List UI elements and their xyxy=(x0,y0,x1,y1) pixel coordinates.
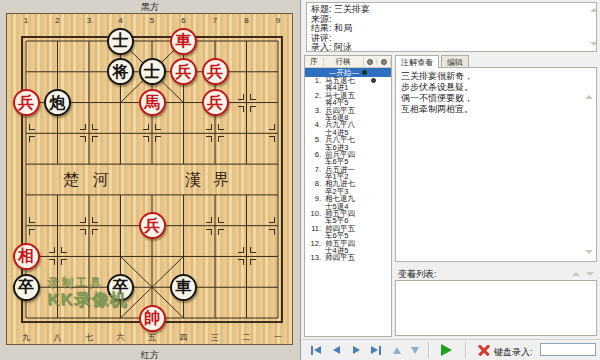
keyboard-entry-label: 键盘录入: xyxy=(494,346,533,359)
xiangqi-app-window: 黑方 123456789九八七六五四三二一 楚河漢界 士車将士兵兵兵炮馬兵兵相卒… xyxy=(0,0,600,360)
point-mark xyxy=(155,136,161,142)
nav-prev-button[interactable] xyxy=(329,343,343,357)
file-label-top: 6 xyxy=(181,17,185,25)
move-row-red[interactable]: 2.马七退五 xyxy=(305,92,391,99)
navigation-toolbar: 键盘录入: xyxy=(302,339,600,360)
point-mark xyxy=(61,259,67,265)
annotation-line: 互相牵制两相宜。 xyxy=(401,104,582,115)
move-row-red[interactable]: 1.马五退七 xyxy=(305,77,391,84)
control-panel: 标题: 三关排宴来源: 结果: 和局讲评: 录入: 阿泳 序 行棋 —开始— 1… xyxy=(302,0,600,360)
point-mark xyxy=(49,259,55,265)
file-label-top: 9 xyxy=(276,17,280,25)
delete-x-icon xyxy=(477,343,491,357)
toolbar-separator xyxy=(428,342,430,358)
annotation-scroll-down-icon[interactable] xyxy=(585,250,593,254)
point-mark xyxy=(143,124,149,130)
file-label-top: 3 xyxy=(87,17,91,25)
point-mark xyxy=(206,136,212,142)
variation-up-icon xyxy=(393,347,401,354)
point-mark xyxy=(218,124,224,130)
info-row: 标题: 三关排宴 xyxy=(311,5,582,15)
point-mark xyxy=(269,124,275,130)
last-move-icon xyxy=(371,346,378,354)
tab-annotation-view[interactable]: 注解查看 xyxy=(395,55,439,68)
red-piece-兵[interactable]: 兵 xyxy=(13,89,40,116)
prev-move-icon xyxy=(333,346,340,354)
black-piece-士[interactable]: 士 xyxy=(139,58,166,85)
file-label-bottom: 九 xyxy=(22,334,30,342)
point-mark xyxy=(92,136,98,142)
variations-list[interactable] xyxy=(395,280,597,336)
file-label-top: 4 xyxy=(118,17,122,25)
point-mark xyxy=(218,229,224,235)
info-scroll-down-icon[interactable] xyxy=(590,42,598,46)
point-mark xyxy=(80,136,86,142)
black-piece-車[interactable]: 車 xyxy=(170,274,197,301)
red-piece-兵[interactable]: 兵 xyxy=(202,89,229,116)
black-piece-卒[interactable]: 卒 xyxy=(13,274,40,301)
point-mark xyxy=(29,229,35,235)
nav-first-button[interactable] xyxy=(308,343,324,357)
board-panel: 黑方 123456789九八七六五四三二一 楚河漢界 士車将士兵兵兵炮馬兵兵相卒… xyxy=(0,0,301,360)
point-mark xyxy=(61,247,67,253)
variations-down-icon[interactable] xyxy=(586,272,594,276)
move-list-header: 序 行棋 xyxy=(305,56,391,68)
move-row-red[interactable]: 11.帅四平五 xyxy=(305,225,391,232)
marker2-column-header xyxy=(377,59,391,65)
point-mark xyxy=(250,247,256,253)
point-mark xyxy=(92,229,98,235)
red-piece-相[interactable]: 相 xyxy=(13,243,40,270)
nav-next-button[interactable] xyxy=(349,343,363,357)
nav-last-button[interactable] xyxy=(368,343,384,357)
marker-column-header xyxy=(364,59,378,65)
move-list[interactable]: 序 行棋 —开始— 1.马五退七将4进12.马七退五将4平53.兵四平五车6退8… xyxy=(304,55,392,337)
point-mark xyxy=(206,124,212,130)
move-row-red[interactable]: 9.相七退九 xyxy=(305,195,391,202)
time-marker-icon xyxy=(381,59,387,65)
info-row: 录入: 阿泳 xyxy=(311,43,582,52)
red-side-label: 红方 xyxy=(0,349,300,360)
annotation-line: 三关排宴很新奇， xyxy=(401,71,582,82)
red-piece-馬[interactable]: 馬 xyxy=(139,89,166,116)
info-scroll-up-icon[interactable] xyxy=(590,8,598,12)
black-piece-士[interactable]: 士 xyxy=(107,28,134,55)
point-mark xyxy=(80,124,86,130)
point-mark xyxy=(92,217,98,223)
annotation-dot-icon xyxy=(371,78,376,83)
red-piece-帥[interactable]: 帥 xyxy=(139,305,166,332)
point-mark xyxy=(218,217,224,223)
move-row-red[interactable]: 13.帅四平五 xyxy=(305,254,391,261)
info-row: 结果: 和局 xyxy=(311,24,582,34)
point-mark xyxy=(250,94,256,100)
variation-down-icon xyxy=(411,347,419,354)
file-label-bottom: 五 xyxy=(148,334,156,342)
point-mark xyxy=(206,229,212,235)
variations-up-icon[interactable] xyxy=(572,272,580,276)
move-column-header: 行棋 xyxy=(324,57,364,67)
file-label-bottom: 六 xyxy=(117,334,125,342)
seq-column-header: 序 xyxy=(305,57,324,67)
red-piece-兵[interactable]: 兵 xyxy=(202,58,229,85)
river-text: 漢 xyxy=(185,170,201,191)
file-label-bottom: 二 xyxy=(243,334,251,342)
point-mark xyxy=(218,136,224,142)
annotation-text-area[interactable]: 三关排宴很新奇，步步伏杀设悬疑。偶一不慎便要败，互相牵制两相宜。 xyxy=(395,67,597,262)
point-mark xyxy=(238,259,244,265)
point-mark xyxy=(29,136,35,142)
delete-button[interactable] xyxy=(476,343,492,357)
move-row-red[interactable]: 3.兵四平五 xyxy=(305,107,391,114)
move-row-red[interactable]: 12.帅五平四 xyxy=(305,240,391,247)
river-text: 楚 xyxy=(63,170,79,191)
file-label-top: 5 xyxy=(150,17,154,25)
file-label-top: 8 xyxy=(244,17,248,25)
red-piece-車[interactable]: 車 xyxy=(170,28,197,55)
play-icon xyxy=(441,344,452,356)
point-mark xyxy=(238,94,244,100)
recorder-watermark: 录制工具 KK录像机 xyxy=(47,276,128,309)
next-move-icon xyxy=(353,346,360,354)
point-mark xyxy=(29,124,35,130)
play-button[interactable] xyxy=(438,343,454,357)
file-label-bottom: 三 xyxy=(211,334,219,342)
point-mark xyxy=(80,229,86,235)
red-piece-兵[interactable]: 兵 xyxy=(139,212,166,239)
point-mark xyxy=(250,106,256,112)
first-move-icon xyxy=(314,346,321,354)
point-mark xyxy=(29,217,35,223)
nav-down-button[interactable] xyxy=(408,343,422,357)
file-label-bottom: 四 xyxy=(180,334,188,342)
file-label-bottom: 八 xyxy=(54,334,62,342)
point-mark xyxy=(143,136,149,142)
annotation-line: 步步伏杀设悬疑。 xyxy=(401,82,582,93)
move-row-red[interactable]: 7.兵五进一 xyxy=(305,166,391,173)
file-label-top: 7 xyxy=(213,17,217,25)
point-mark xyxy=(80,217,86,223)
keyboard-entry-input[interactable] xyxy=(540,343,596,356)
point-mark xyxy=(49,247,55,253)
annotation-line: 偶一不慎便要败， xyxy=(401,93,582,104)
move-row-red[interactable]: 4.兵九平八 xyxy=(305,121,391,128)
move-row-red[interactable]: 8.相九进七 xyxy=(305,180,391,187)
game-info-box: 标题: 三关排宴来源: 结果: 和局讲评: 录入: 阿泳 xyxy=(306,2,597,52)
file-label-top: 1 xyxy=(24,17,28,25)
point-mark xyxy=(269,217,275,223)
move-row-red[interactable]: 6.前兵平四 xyxy=(305,151,391,158)
move-row-red[interactable]: 10.帅五平四 xyxy=(305,210,391,217)
point-mark xyxy=(92,124,98,130)
file-label-bottom: 七 xyxy=(85,334,93,342)
nav-up-button[interactable] xyxy=(390,343,404,357)
point-mark xyxy=(238,106,244,112)
xiangqi-board[interactable]: 123456789九八七六五四三二一 楚河漢界 士車将士兵兵兵炮馬兵兵相卒卒車帥… xyxy=(6,13,293,345)
point-mark xyxy=(250,259,256,265)
point-mark xyxy=(155,124,161,130)
move-row-red[interactable]: 5.兵八平七 xyxy=(305,136,391,143)
point-mark xyxy=(238,247,244,253)
black-piece-炮[interactable]: 炮 xyxy=(44,89,71,116)
file-label-bottom: 一 xyxy=(274,334,282,342)
annotation-scroll-up-icon[interactable] xyxy=(585,95,593,99)
file-label-top: 2 xyxy=(55,17,59,25)
toolbar-separator xyxy=(465,342,467,358)
point-mark xyxy=(269,136,275,142)
point-mark xyxy=(206,217,212,223)
annotation-dot-icon xyxy=(362,70,367,75)
river-text: 界 xyxy=(213,170,229,191)
river-text: 河 xyxy=(93,170,109,191)
annotation-marker-icon xyxy=(367,59,373,65)
point-mark xyxy=(269,229,275,235)
